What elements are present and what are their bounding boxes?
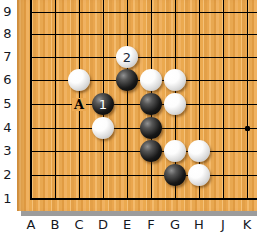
column-label-G: G <box>163 217 187 233</box>
row-label-9: 9 <box>0 4 15 20</box>
stone-black-G2[interactable] <box>164 164 186 186</box>
column-label-E: E <box>115 217 139 233</box>
move-number-1: 1 <box>99 98 107 111</box>
stone-white-H3[interactable] <box>188 140 210 162</box>
grid-line-row-2 <box>30 175 257 176</box>
column-label-J: J <box>211 217 235 233</box>
row-label-3: 3 <box>0 143 15 159</box>
marker-A-C5[interactable]: A <box>72 98 86 111</box>
stone-white-H2[interactable] <box>188 164 210 186</box>
stone-white-C6[interactable] <box>68 69 90 91</box>
grid-line-col-B <box>55 0 56 200</box>
grid-line-row-8 <box>30 34 257 35</box>
board-shadow <box>21 211 257 216</box>
column-label-H: H <box>187 217 211 233</box>
stone-white-E7[interactable]: 2 <box>116 46 138 68</box>
column-label-F: F <box>139 217 163 233</box>
grid-line-row-9 <box>30 12 257 13</box>
go-diagram: 987654321 A21 ABCDEFGHJK <box>0 0 257 236</box>
stone-black-F3[interactable] <box>140 140 162 162</box>
column-label-C: C <box>67 217 91 233</box>
row-label-7: 7 <box>0 49 15 65</box>
stone-black-E6[interactable] <box>116 69 138 91</box>
row-label-2: 2 <box>0 167 15 183</box>
grid-line-col-K <box>247 0 248 200</box>
column-label-D: D <box>91 217 115 233</box>
row-label-4: 4 <box>0 120 15 136</box>
row-label-8: 8 <box>0 26 15 42</box>
stone-white-G6[interactable] <box>164 69 186 91</box>
stone-white-D4[interactable] <box>92 117 114 139</box>
grid-line-col-A <box>30 0 32 200</box>
grid-line-row-7 <box>30 57 257 58</box>
row-label-5: 5 <box>0 96 15 112</box>
stone-white-G5[interactable] <box>164 93 186 115</box>
star-point-K4 <box>245 126 250 131</box>
stone-white-G3[interactable] <box>164 140 186 162</box>
grid-line-col-E <box>127 0 128 200</box>
stone-black-F4[interactable] <box>140 117 162 139</box>
grid-line-row-1 <box>30 198 257 200</box>
stone-black-D5[interactable]: 1 <box>92 93 114 115</box>
row-label-1: 1 <box>0 191 15 207</box>
column-label-B: B <box>43 217 67 233</box>
grid-line-col-J <box>223 0 224 200</box>
stone-white-F6[interactable] <box>140 69 162 91</box>
move-number-2: 2 <box>123 51 131 64</box>
column-label-K: K <box>235 217 257 233</box>
row-label-6: 6 <box>0 72 15 88</box>
column-label-A: A <box>19 217 43 233</box>
stone-black-F5[interactable] <box>140 93 162 115</box>
go-board[interactable]: A21 <box>17 0 257 211</box>
